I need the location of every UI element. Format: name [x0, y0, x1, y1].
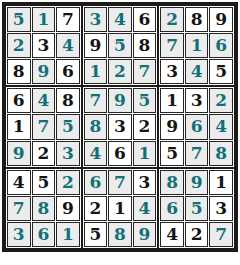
cell-r6c1-solved[interactable]: 9	[7, 141, 31, 166]
cell-r4c2-solved[interactable]: 4	[32, 88, 56, 113]
cell-r7c4-solved[interactable]: 6	[84, 170, 108, 195]
cell-r8c6-solved[interactable]: 4	[133, 196, 157, 221]
cell-r2c4-given[interactable]: 9	[84, 33, 108, 58]
cell-r7c2-given[interactable]: 5	[32, 170, 56, 195]
cell-r4c9-solved[interactable]: 2	[209, 88, 233, 113]
cell-r8c5-given[interactable]: 1	[108, 196, 132, 221]
cell-r4c1-given[interactable]: 6	[7, 88, 31, 113]
cell-r6c8-solved[interactable]: 7	[185, 141, 209, 166]
cell-r2c8-solved[interactable]: 1	[185, 33, 209, 58]
cell-r2c9-solved[interactable]: 6	[209, 33, 233, 58]
cell-r4c7-given[interactable]: 1	[160, 88, 184, 113]
cell-r5c1-given[interactable]: 1	[7, 114, 31, 139]
cell-r9c9-solved[interactable]: 7	[209, 222, 233, 247]
cell-r1c8-given[interactable]: 8	[185, 7, 209, 32]
cell-r6c5-given[interactable]: 6	[108, 141, 132, 166]
cell-r7c5-solved[interactable]: 7	[108, 170, 132, 195]
cell-r7c8-solved[interactable]: 9	[185, 170, 209, 195]
sudoku-box-3: 289716345	[158, 5, 235, 86]
cell-r6c4-solved[interactable]: 4	[84, 141, 108, 166]
cell-r3c4-solved[interactable]: 1	[84, 59, 108, 84]
cell-r5c2-solved[interactable]: 7	[32, 114, 56, 139]
cell-r8c7-solved[interactable]: 6	[160, 196, 184, 221]
cell-r8c2-solved[interactable]: 8	[32, 196, 56, 221]
cell-r1c4-solved[interactable]: 3	[84, 7, 108, 32]
cell-r2c1-solved[interactable]: 2	[7, 33, 31, 58]
sudoku-box-9: 891653427	[158, 168, 235, 249]
sudoku-box-8: 673214589	[82, 168, 159, 249]
cell-r6c7-given[interactable]: 5	[160, 141, 184, 166]
cell-r9c6-solved[interactable]: 9	[133, 222, 157, 247]
cell-r6c9-solved[interactable]: 8	[209, 141, 233, 166]
cell-r2c6-given[interactable]: 8	[133, 33, 157, 58]
cell-r4c6-solved[interactable]: 5	[133, 88, 157, 113]
cell-r6c6-solved[interactable]: 1	[133, 141, 157, 166]
cell-r4c8-given[interactable]: 3	[185, 88, 209, 113]
cell-r2c3-solved[interactable]: 4	[56, 33, 80, 58]
cell-r2c2-given[interactable]: 3	[32, 33, 56, 58]
cell-r9c8-given[interactable]: 2	[185, 222, 209, 247]
cell-r9c7-given[interactable]: 4	[160, 222, 184, 247]
sudoku-board: 517234896 346958127 289716345 648175923 …	[2, 2, 238, 252]
cell-r3c7-given[interactable]: 3	[160, 59, 184, 84]
cell-r3c8-solved[interactable]: 4	[185, 59, 209, 84]
cell-r9c4-given[interactable]: 5	[84, 222, 108, 247]
cell-r1c9-given[interactable]: 9	[209, 7, 233, 32]
cell-r1c6-given[interactable]: 6	[133, 7, 157, 32]
sudoku-box-2: 346958127	[82, 5, 159, 86]
cell-r9c2-solved[interactable]: 6	[32, 222, 56, 247]
sudoku-box-4: 648175923	[5, 86, 82, 167]
cell-r7c7-solved[interactable]: 8	[160, 170, 184, 195]
cell-r5c5-given[interactable]: 3	[108, 114, 132, 139]
sudoku-box-7: 452789361	[5, 168, 82, 249]
cell-r8c4-given[interactable]: 2	[84, 196, 108, 221]
cell-r3c5-solved[interactable]: 2	[108, 59, 132, 84]
cell-r7c3-solved[interactable]: 2	[56, 170, 80, 195]
cell-r7c6-given[interactable]: 3	[133, 170, 157, 195]
cell-r3c9-given[interactable]: 5	[209, 59, 233, 84]
cell-r6c2-given[interactable]: 2	[32, 141, 56, 166]
cell-r1c2-solved[interactable]: 1	[32, 7, 56, 32]
cell-r3c3-given[interactable]: 6	[56, 59, 80, 84]
cell-r7c9-given[interactable]: 1	[209, 170, 233, 195]
cell-r4c3-given[interactable]: 8	[56, 88, 80, 113]
cell-r7c1-given[interactable]: 4	[7, 170, 31, 195]
cell-r9c1-solved[interactable]: 3	[7, 222, 31, 247]
cell-r4c5-solved[interactable]: 9	[108, 88, 132, 113]
cell-r8c1-solved[interactable]: 7	[7, 196, 31, 221]
cell-r9c5-solved[interactable]: 8	[108, 222, 132, 247]
cell-r1c7-solved[interactable]: 2	[160, 7, 184, 32]
cell-r9c3-solved[interactable]: 1	[56, 222, 80, 247]
cell-r8c9-given[interactable]: 3	[209, 196, 233, 221]
cell-r3c6-solved[interactable]: 7	[133, 59, 157, 84]
cell-r5c6-given[interactable]: 2	[133, 114, 157, 139]
cell-r3c2-solved[interactable]: 9	[32, 59, 56, 84]
cell-r4c4-solved[interactable]: 7	[84, 88, 108, 113]
cell-r5c4-solved[interactable]: 8	[84, 114, 108, 139]
cell-r1c3-given[interactable]: 7	[56, 7, 80, 32]
cell-r5c7-given[interactable]: 9	[160, 114, 184, 139]
sudoku-box-5: 795832461	[82, 86, 159, 167]
sudoku-box-6: 132964578	[158, 86, 235, 167]
cell-r8c3-given[interactable]: 9	[56, 196, 80, 221]
cell-r2c5-solved[interactable]: 5	[108, 33, 132, 58]
cell-r1c5-solved[interactable]: 4	[108, 7, 132, 32]
cell-r1c1-solved[interactable]: 5	[7, 7, 31, 32]
cell-r5c8-solved[interactable]: 6	[185, 114, 209, 139]
cell-r5c9-solved[interactable]: 4	[209, 114, 233, 139]
cell-r2c7-solved[interactable]: 7	[160, 33, 184, 58]
cell-r5c3-solved[interactable]: 5	[56, 114, 80, 139]
cell-r6c3-solved[interactable]: 3	[56, 141, 80, 166]
cell-r8c8-solved[interactable]: 5	[185, 196, 209, 221]
sudoku-box-1: 517234896	[5, 5, 82, 86]
cell-r3c1-given[interactable]: 8	[7, 59, 31, 84]
